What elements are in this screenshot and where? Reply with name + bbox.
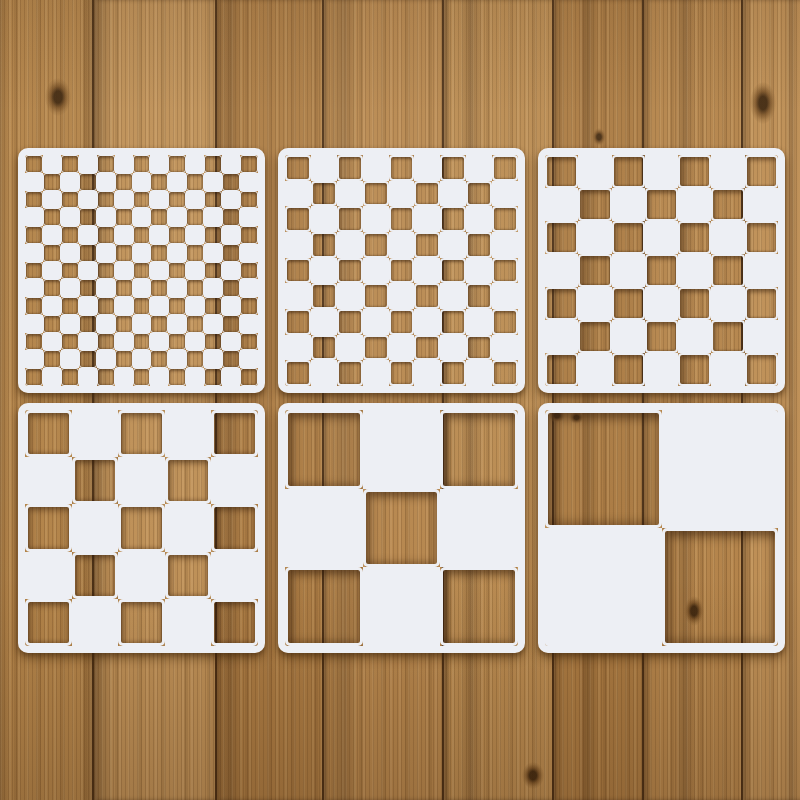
stencil-hole — [165, 457, 212, 504]
stencil-hole — [115, 279, 133, 297]
stencil-solid-square — [578, 155, 611, 188]
stencil-hole — [204, 155, 222, 173]
stencil-solid-square — [389, 283, 415, 309]
stencil-solid-square — [240, 208, 258, 226]
stencil-solid-square — [168, 315, 186, 333]
stencil-hole — [25, 226, 43, 244]
stencil-solid-square — [133, 173, 151, 191]
stencil-hole — [186, 173, 204, 191]
stencil-solid-square — [25, 457, 72, 504]
stencil-hole — [678, 155, 711, 188]
stencil-solid-square — [43, 226, 61, 244]
stencil-hole — [133, 368, 151, 386]
stencil-solid-square — [363, 206, 389, 232]
stencil-hole — [204, 262, 222, 280]
stencil-solid-square — [222, 297, 240, 315]
stencil-solid-square — [165, 504, 212, 551]
stencil-hole — [25, 155, 43, 173]
stencil-solid-square — [222, 191, 240, 209]
stencil-hole — [222, 173, 240, 191]
stencil-hole — [79, 208, 97, 226]
stencil-hole — [492, 309, 518, 335]
stencil-hole — [150, 279, 168, 297]
stencil-hole — [115, 315, 133, 333]
stencil-hole — [285, 360, 311, 386]
stencil-hole — [43, 279, 61, 297]
wood-knot — [45, 78, 71, 116]
stencil-solid-square — [363, 360, 389, 386]
stencil-hole — [204, 191, 222, 209]
stencil-hole — [61, 262, 79, 280]
stencil-solid-square — [311, 309, 337, 335]
stencil-solid-square — [222, 226, 240, 244]
stencil-hole — [211, 410, 258, 457]
stencil-solid-square — [150, 155, 168, 173]
stencil-solid-square — [133, 208, 151, 226]
stencil-solid-square — [211, 457, 258, 504]
stencil-solid-square — [97, 173, 115, 191]
stencil-board-3x3 — [278, 403, 525, 653]
stencil-solid-square — [115, 333, 133, 351]
stencil-solid-square — [711, 221, 744, 254]
stencil-solid-square — [414, 309, 440, 335]
stencil-hole — [545, 353, 578, 386]
stencil-hole — [645, 320, 678, 353]
stencil-solid-square — [711, 155, 744, 188]
stencil-hole — [414, 283, 440, 309]
stencil-solid-square — [186, 368, 204, 386]
stencil-solid-square — [466, 258, 492, 284]
stencil-solid-square — [466, 360, 492, 386]
stencil-hole — [240, 191, 258, 209]
stencil-solid-square — [61, 279, 79, 297]
stencil-solid-square — [79, 226, 97, 244]
stencil-hole — [61, 368, 79, 386]
stencil-hole — [25, 410, 72, 457]
stencil-hole — [678, 221, 711, 254]
stencil-solid-square — [285, 232, 311, 258]
stencil-hole — [118, 410, 165, 457]
stencil-hole — [440, 258, 466, 284]
stencil-solid-square — [363, 155, 389, 181]
stencil-solid-square — [414, 258, 440, 284]
stencil-solid-square — [612, 188, 645, 221]
stencil-hole — [43, 208, 61, 226]
stencil-hole — [25, 368, 43, 386]
stencil-hole — [337, 360, 363, 386]
stencil-hole — [25, 599, 72, 646]
stencil-hole — [440, 309, 466, 335]
stencil-solid-square — [240, 350, 258, 368]
stencil-solid-square — [43, 297, 61, 315]
stencil-solid-square — [222, 262, 240, 280]
stencil-hole — [545, 155, 578, 188]
stencil-solid-square — [492, 335, 518, 361]
stencil-solid-square — [25, 350, 43, 368]
stencil-solid-square — [79, 262, 97, 280]
stencil-hole — [240, 333, 258, 351]
stencil-hole — [222, 244, 240, 262]
stencil-hole — [240, 155, 258, 173]
stencil-hole — [612, 221, 645, 254]
stencil-hole — [133, 191, 151, 209]
stencil-solid-square — [61, 315, 79, 333]
stencil-hole — [414, 181, 440, 207]
stencil-hole — [240, 368, 258, 386]
stencil-solid-square — [311, 206, 337, 232]
stencil-solid-square — [389, 232, 415, 258]
stencil-hole — [711, 254, 744, 287]
stencil-hole — [363, 232, 389, 258]
stencil-solid-square — [43, 262, 61, 280]
stencil-solid-square — [165, 410, 212, 457]
stencil-solid-square — [311, 258, 337, 284]
stencil-hole — [168, 262, 186, 280]
stencil-solid-square — [118, 457, 165, 504]
stencil-hole — [745, 353, 778, 386]
stencil-solid-square — [545, 254, 578, 287]
stencil-hole — [168, 368, 186, 386]
stencil-solid-square — [363, 309, 389, 335]
stencil-solid-square — [43, 155, 61, 173]
stencil-hole — [150, 244, 168, 262]
stencil-solid-square — [440, 283, 466, 309]
stencil-hole — [168, 155, 186, 173]
stencil-grid — [18, 148, 785, 653]
stencil-solid-square — [240, 279, 258, 297]
stencil-hole — [285, 309, 311, 335]
stencil-solid-square — [492, 232, 518, 258]
stencil-hole — [440, 155, 466, 181]
stencil-hole — [285, 258, 311, 284]
stencil-solid-square — [25, 315, 43, 333]
stencil-solid-square — [578, 353, 611, 386]
stencil-solid-square — [25, 244, 43, 262]
stencil-solid-square — [150, 297, 168, 315]
stencil-solid-square — [240, 173, 258, 191]
stencil-solid-square — [492, 283, 518, 309]
stencil-hole — [492, 155, 518, 181]
stencil-solid-square — [186, 226, 204, 244]
stencil-hole — [240, 297, 258, 315]
stencil-board-2x2 — [538, 403, 785, 653]
stencil-solid-square — [645, 221, 678, 254]
stencil-hole — [311, 283, 337, 309]
stencil-hole — [97, 191, 115, 209]
stencil-solid-square — [43, 368, 61, 386]
stencil-hole — [492, 206, 518, 232]
stencil-hole — [440, 360, 466, 386]
stencil-solid-square — [285, 489, 363, 568]
stencil-solid-square — [363, 567, 441, 646]
stencil-solid-square — [711, 287, 744, 320]
stencil-solid-square — [337, 283, 363, 309]
stencil-hole — [118, 504, 165, 551]
stencil-hole — [43, 315, 61, 333]
stencil-hole — [115, 173, 133, 191]
stencil-hole — [363, 335, 389, 361]
stencil-hole — [414, 232, 440, 258]
stencil-hole — [150, 173, 168, 191]
stencil-hole — [79, 279, 97, 297]
stencil-hole — [97, 155, 115, 173]
stencil-solid-square — [186, 155, 204, 173]
stencil-solid-square — [133, 315, 151, 333]
stencil-hole — [678, 353, 711, 386]
stencil-hole — [545, 221, 578, 254]
stencil-solid-square — [337, 181, 363, 207]
stencil-hole — [240, 226, 258, 244]
stencil-solid-square — [578, 221, 611, 254]
stencil-hole — [115, 350, 133, 368]
stencil-hole — [79, 173, 97, 191]
stencil-hole — [61, 191, 79, 209]
stencil-hole — [25, 191, 43, 209]
stencil-solid-square — [115, 155, 133, 173]
stencil-hole — [186, 244, 204, 262]
stencil-hole — [115, 208, 133, 226]
stencil-solid-square — [165, 599, 212, 646]
stencil-hole — [204, 368, 222, 386]
stencil-solid-square — [222, 333, 240, 351]
stencil-hole — [440, 206, 466, 232]
stencil-hole — [240, 262, 258, 280]
stencil-hole — [97, 226, 115, 244]
stencil-solid-square — [711, 353, 744, 386]
stencil-hole — [118, 599, 165, 646]
stencil-hole — [466, 232, 492, 258]
stencil-hole — [115, 244, 133, 262]
stencil-solid-square — [97, 208, 115, 226]
stencil-solid-square — [72, 410, 119, 457]
stencil-hole — [363, 489, 441, 568]
stencil-solid-square — [97, 244, 115, 262]
stencil-solid-square — [645, 287, 678, 320]
stencil-solid-square — [240, 315, 258, 333]
stencil-solid-square — [43, 191, 61, 209]
stencil-hole — [440, 567, 518, 646]
stencil-solid-square — [72, 599, 119, 646]
stencil-solid-square — [414, 155, 440, 181]
stencil-solid-square — [545, 528, 662, 646]
stencil-hole — [222, 279, 240, 297]
stencil-solid-square — [168, 173, 186, 191]
stencil-hole — [43, 173, 61, 191]
stencil-hole — [61, 155, 79, 173]
stencil-hole — [150, 315, 168, 333]
stencil-hole — [337, 258, 363, 284]
stencil-hole — [645, 188, 678, 221]
stencil-hole — [389, 155, 415, 181]
stencil-hole — [61, 297, 79, 315]
stencil-solid-square — [133, 279, 151, 297]
stencil-hole — [79, 350, 97, 368]
stencil-solid-square — [61, 208, 79, 226]
stencil-solid-square — [440, 489, 518, 568]
stencil-solid-square — [466, 309, 492, 335]
stencil-solid-square — [240, 244, 258, 262]
stencil-hole — [578, 188, 611, 221]
stencil-hole — [97, 262, 115, 280]
stencil-hole — [466, 283, 492, 309]
stencil-hole — [186, 208, 204, 226]
stencil-hole — [133, 333, 151, 351]
stencil-solid-square — [678, 254, 711, 287]
stencil-hole — [133, 155, 151, 173]
stencil-solid-square — [745, 254, 778, 287]
stencil-hole — [363, 283, 389, 309]
stencil-hole — [389, 309, 415, 335]
stencil-hole — [43, 350, 61, 368]
stencil-hole — [97, 368, 115, 386]
stencil-solid-square — [285, 335, 311, 361]
stencil-hole — [211, 599, 258, 646]
stencil-solid-square — [25, 552, 72, 599]
stencil-solid-square — [61, 350, 79, 368]
stencil-solid-square — [363, 410, 441, 489]
stencil-hole — [168, 226, 186, 244]
stencil-solid-square — [168, 208, 186, 226]
stencil-hole — [337, 206, 363, 232]
stencil-solid-square — [414, 360, 440, 386]
stencil-solid-square — [363, 258, 389, 284]
stencil-hole — [204, 226, 222, 244]
stencil-solid-square — [168, 279, 186, 297]
stencil-hole — [222, 350, 240, 368]
stencil-hole — [285, 410, 363, 489]
stencil-solid-square — [745, 188, 778, 221]
stencil-hole — [168, 333, 186, 351]
stencil-hole — [337, 309, 363, 335]
stencil-hole — [311, 232, 337, 258]
stencil-solid-square — [492, 181, 518, 207]
stencil-hole — [97, 297, 115, 315]
stencil-solid-square — [168, 244, 186, 262]
stencil-solid-square — [204, 208, 222, 226]
stencil-solid-square — [311, 155, 337, 181]
stencil-hole — [168, 297, 186, 315]
stencil-solid-square — [97, 350, 115, 368]
stencil-solid-square — [79, 191, 97, 209]
stencil-solid-square — [285, 181, 311, 207]
stencil-hole — [165, 552, 212, 599]
stencil-solid-square — [204, 279, 222, 297]
stencil-hole — [79, 244, 97, 262]
stencil-solid-square — [97, 315, 115, 333]
stencil-hole — [211, 504, 258, 551]
stencil-solid-square — [662, 410, 779, 528]
stencil-board-5x5 — [18, 403, 265, 653]
stencil-hole — [186, 350, 204, 368]
stencil-solid-square — [115, 191, 133, 209]
stencil-solid-square — [466, 206, 492, 232]
stencil-solid-square — [25, 173, 43, 191]
stencil-solid-square — [204, 244, 222, 262]
stencil-hole — [311, 335, 337, 361]
stencil-solid-square — [337, 335, 363, 361]
stencil-board-13x13 — [18, 148, 265, 393]
stencil-hole — [745, 287, 778, 320]
stencil-solid-square — [211, 552, 258, 599]
stencil-solid-square — [222, 368, 240, 386]
stencil-hole — [311, 181, 337, 207]
stencil-hole — [25, 504, 72, 551]
stencil-solid-square — [133, 350, 151, 368]
stencil-hole — [612, 353, 645, 386]
stencil-hole — [466, 181, 492, 207]
stencil-solid-square — [72, 504, 119, 551]
stencil-solid-square — [545, 320, 578, 353]
stencil-solid-square — [115, 226, 133, 244]
stencil-hole — [578, 254, 611, 287]
stencil-hole — [222, 208, 240, 226]
stencil-solid-square — [678, 320, 711, 353]
stencil-solid-square — [150, 368, 168, 386]
stencil-solid-square — [25, 208, 43, 226]
stencil-solid-square — [118, 552, 165, 599]
stencil-hole — [285, 206, 311, 232]
stencil-solid-square — [389, 335, 415, 361]
stencil-hole — [492, 258, 518, 284]
stencil-solid-square — [311, 360, 337, 386]
stencil-hole — [492, 360, 518, 386]
stencil-hole — [711, 320, 744, 353]
stencil-hole — [43, 244, 61, 262]
stencil-hole — [363, 181, 389, 207]
stencil-hole — [61, 226, 79, 244]
stencil-solid-square — [440, 335, 466, 361]
stencil-hole — [150, 350, 168, 368]
stencil-solid-square — [133, 244, 151, 262]
stencil-solid-square — [43, 333, 61, 351]
stencil-solid-square — [79, 297, 97, 315]
stencil-hole — [545, 410, 662, 528]
stencil-solid-square — [150, 333, 168, 351]
stencil-hole — [745, 221, 778, 254]
stencil-hole — [133, 297, 151, 315]
stencil-solid-square — [168, 350, 186, 368]
stencil-hole — [678, 287, 711, 320]
stencil-hole — [25, 262, 43, 280]
stencil-solid-square — [466, 155, 492, 181]
stencil-solid-square — [186, 262, 204, 280]
stencil-hole — [72, 552, 119, 599]
stencil-hole — [97, 333, 115, 351]
stencil-solid-square — [440, 181, 466, 207]
stencil-hole — [612, 287, 645, 320]
stencil-hole — [578, 320, 611, 353]
wood-knot — [592, 128, 606, 146]
stencil-solid-square — [678, 188, 711, 221]
stencil-hole — [204, 297, 222, 315]
stencil-solid-square — [97, 279, 115, 297]
stencil-solid-square — [545, 188, 578, 221]
stencil-solid-square — [645, 155, 678, 188]
stencil-board-7x7 — [538, 148, 785, 393]
stencil-hole — [389, 206, 415, 232]
wood-knot — [750, 82, 776, 124]
stencil-solid-square — [25, 279, 43, 297]
stencil-solid-square — [186, 297, 204, 315]
stencil-solid-square — [79, 155, 97, 173]
stencil-hole — [222, 315, 240, 333]
stencil-hole — [285, 567, 363, 646]
stencil-solid-square — [414, 206, 440, 232]
stencil-hole — [61, 333, 79, 351]
stencil-hole — [389, 360, 415, 386]
stencil-hole — [545, 287, 578, 320]
stencil-solid-square — [578, 287, 611, 320]
